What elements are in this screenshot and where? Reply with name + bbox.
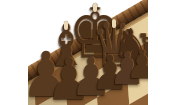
screen: ♝♚♛♞♜♟♟♟♟♟♟ (0, 0, 175, 105)
bishop-finial (64, 21, 68, 30)
piece-pawn: ♟ (126, 45, 148, 85)
photo: ♝♚♛♞♜♟♟♟♟♟♟ (28, 0, 148, 105)
